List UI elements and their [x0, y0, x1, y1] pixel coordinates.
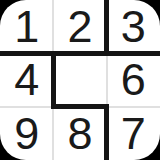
cell-value: 8 — [67, 111, 92, 156]
cell-value: 2 — [67, 4, 92, 49]
cell-value: 3 — [121, 4, 146, 49]
cell-value: 4 — [14, 57, 39, 102]
cell-r0c2: 3 — [107, 0, 160, 53]
sudoku-app-icon[interactable]: 1 2 3 4 6 9 8 7 — [0, 0, 160, 160]
cell-r2c0: 9 — [0, 107, 53, 160]
cell-r1c0: 4 — [0, 53, 53, 106]
icon-background: 1 2 3 4 6 9 8 7 — [0, 0, 160, 160]
cell-r0c0: 1 — [0, 0, 53, 53]
cell-value: 9 — [14, 111, 39, 156]
sudoku-grid: 1 2 3 4 6 9 8 7 — [0, 0, 160, 160]
cell-r1c1 — [53, 53, 106, 106]
cell-r1c2: 6 — [107, 53, 160, 106]
cell-r2c2: 7 — [107, 107, 160, 160]
cell-value: 7 — [121, 111, 146, 156]
cell-r2c1: 8 — [53, 107, 106, 160]
cell-value: 1 — [14, 4, 39, 49]
cell-value: 6 — [121, 57, 146, 102]
cell-r0c1: 2 — [53, 0, 106, 53]
